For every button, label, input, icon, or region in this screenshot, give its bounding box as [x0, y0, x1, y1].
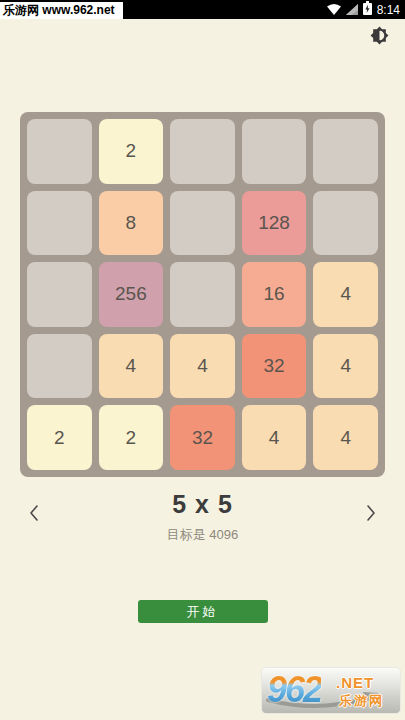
tile-2: 2	[99, 405, 164, 470]
tile-4: 4	[242, 405, 307, 470]
empty-cell	[170, 119, 235, 184]
tile-4: 4	[313, 405, 378, 470]
wifi-icon	[327, 1, 341, 19]
tile-128: 128	[242, 191, 307, 256]
board[interactable]: 2812825616444324223244	[20, 112, 385, 477]
tile-2: 2	[27, 405, 92, 470]
tile-32: 32	[242, 334, 307, 399]
empty-cell	[170, 262, 235, 327]
empty-cell	[170, 191, 235, 256]
empty-cell	[27, 119, 92, 184]
tile-4: 4	[170, 334, 235, 399]
target-caption: 目标是 4096	[0, 526, 405, 544]
start-button[interactable]: 开始	[138, 600, 268, 623]
status-bar: 乐游网 www.962.net 8:14	[0, 0, 405, 19]
watermark-site-name: 乐游网	[339, 692, 384, 710]
next-size-button[interactable]	[361, 505, 381, 525]
chevron-right-icon	[365, 504, 377, 526]
watermark-domain: .NET	[336, 674, 374, 691]
brightness-medium-icon	[370, 26, 389, 49]
empty-cell	[27, 191, 92, 256]
status-icons: 8:14	[327, 1, 405, 19]
tile-4: 4	[313, 334, 378, 399]
tile-8: 8	[99, 191, 164, 256]
watermark-logo: 962 .NET 乐游网	[261, 667, 401, 714]
watermark-number: 962	[267, 668, 321, 712]
tile-2: 2	[99, 119, 164, 184]
tile-4: 4	[99, 334, 164, 399]
tile-256: 256	[99, 262, 164, 327]
empty-cell	[313, 119, 378, 184]
site-label-chip: 乐游网 www.962.net	[0, 2, 123, 19]
theme-toggle-button[interactable]	[369, 27, 390, 48]
tile-16: 16	[242, 262, 307, 327]
empty-cell	[27, 262, 92, 327]
app-screen: 乐游网 www.962.net 8:14 2812825616444324223…	[0, 0, 405, 720]
board-size-label: 5 x 5	[0, 490, 405, 519]
tile-32: 32	[170, 405, 235, 470]
empty-cell	[242, 119, 307, 184]
empty-cell	[313, 191, 378, 256]
battery-charging-icon	[363, 1, 372, 19]
no-signal-icon	[346, 1, 358, 19]
status-time: 8:14	[377, 4, 400, 16]
empty-cell	[27, 334, 92, 399]
tile-4: 4	[313, 262, 378, 327]
